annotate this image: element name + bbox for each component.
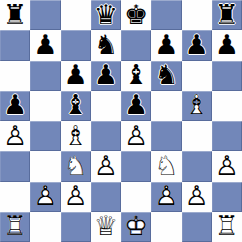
piece-glyph: ♛ — [94, 1, 118, 28]
black-bishop-c5[interactable]: ♝ — [61, 91, 91, 121]
white-bishop-c4[interactable]: ♝♗ — [61, 121, 91, 151]
square-f2[interactable]: ♟♙ — [151, 182, 181, 212]
white-pawn-h3[interactable]: ♟♙ — [212, 151, 242, 181]
square-c4[interactable]: ♝♗ — [61, 121, 91, 151]
piece-glyph: ♜ — [215, 1, 239, 28]
white-pawn-d3[interactable]: ♟♙ — [91, 151, 121, 181]
piece-outline-glyph: ♖ — [3, 212, 27, 239]
square-h8[interactable]: ♜ — [212, 0, 242, 30]
square-g2[interactable]: ♟♙ — [182, 182, 212, 212]
square-g5[interactable]: ♝♗ — [182, 91, 212, 121]
square-h5[interactable] — [212, 91, 242, 121]
square-f6[interactable]: ♞ — [151, 61, 181, 91]
piece-outline-glyph: ♗ — [185, 91, 209, 118]
white-bishop-g5[interactable]: ♝♗ — [182, 91, 212, 121]
square-f4[interactable] — [151, 121, 181, 151]
square-e2[interactable] — [121, 182, 151, 212]
black-pawn-h7[interactable]: ♟ — [212, 30, 242, 60]
piece-glyph: ♟ — [124, 91, 148, 118]
square-b4[interactable] — [30, 121, 60, 151]
square-d2[interactable] — [91, 182, 121, 212]
black-pawn-f7[interactable]: ♟ — [151, 30, 181, 60]
square-c7[interactable] — [61, 30, 91, 60]
square-d8[interactable]: ♛ — [91, 0, 121, 30]
piece-outline-glyph: ♙ — [215, 152, 239, 179]
black-pawn-a5[interactable]: ♟ — [0, 91, 30, 121]
piece-glyph: ♟ — [3, 91, 27, 118]
white-queen-d1[interactable]: ♛♕ — [91, 212, 121, 242]
square-c5[interactable]: ♝ — [61, 91, 91, 121]
square-c6[interactable]: ♟ — [61, 61, 91, 91]
piece-glyph: ♟ — [185, 31, 209, 58]
square-c1[interactable] — [61, 212, 91, 242]
piece-glyph: ♟ — [94, 61, 118, 88]
square-e5[interactable]: ♟ — [121, 91, 151, 121]
piece-glyph: ♝ — [64, 91, 88, 118]
black-pawn-d6[interactable]: ♟ — [91, 61, 121, 91]
square-g4[interactable] — [182, 121, 212, 151]
square-d3[interactable]: ♟♙ — [91, 151, 121, 181]
black-pawn-b7[interactable]: ♟ — [30, 30, 60, 60]
square-b6[interactable] — [30, 61, 60, 91]
square-h4[interactable] — [212, 121, 242, 151]
square-c3[interactable]: ♞♘ — [61, 151, 91, 181]
black-rook-a8[interactable]: ♜ — [0, 0, 30, 30]
piece-outline-glyph: ♙ — [124, 122, 148, 149]
square-e3[interactable] — [121, 151, 151, 181]
piece-outline-glyph: ♖ — [215, 212, 239, 239]
square-h6[interactable] — [212, 61, 242, 91]
square-a5[interactable]: ♟ — [0, 91, 30, 121]
square-a8[interactable]: ♜ — [0, 0, 30, 30]
black-queen-d8[interactable]: ♛ — [91, 0, 121, 30]
white-pawn-b2[interactable]: ♟♙ — [30, 182, 60, 212]
square-c8[interactable] — [61, 0, 91, 30]
square-d1[interactable]: ♛♕ — [91, 212, 121, 242]
piece-outline-glyph: ♗ — [64, 122, 88, 149]
piece-glyph: ♟ — [215, 31, 239, 58]
white-rook-a1[interactable]: ♜♖ — [0, 212, 30, 242]
square-d6[interactable]: ♟ — [91, 61, 121, 91]
piece-glyph: ♞ — [94, 31, 118, 58]
white-knight-f3[interactable]: ♞♘ — [151, 151, 181, 181]
square-a6[interactable] — [0, 61, 30, 91]
piece-outline-glyph: ♙ — [33, 182, 57, 209]
piece-glyph: ♞ — [154, 61, 178, 88]
white-pawn-g2[interactable]: ♟♙ — [182, 182, 212, 212]
piece-glyph: ♜ — [3, 1, 27, 28]
piece-outline-glyph: ♙ — [185, 182, 209, 209]
square-e6[interactable]: ♝ — [121, 61, 151, 91]
white-pawn-a4[interactable]: ♟♙ — [0, 121, 30, 151]
square-g1[interactable] — [182, 212, 212, 242]
piece-glyph: ♟ — [154, 31, 178, 58]
black-knight-d7[interactable]: ♞ — [91, 30, 121, 60]
square-f3[interactable]: ♞♘ — [151, 151, 181, 181]
square-e7[interactable] — [121, 30, 151, 60]
piece-outline-glyph: ♕ — [94, 212, 118, 239]
black-rook-h8[interactable]: ♜ — [212, 0, 242, 30]
white-pawn-c2[interactable]: ♟♙ — [61, 182, 91, 212]
square-b2[interactable]: ♟♙ — [30, 182, 60, 212]
square-a4[interactable]: ♟♙ — [0, 121, 30, 151]
piece-outline-glyph: ♙ — [154, 182, 178, 209]
square-f5[interactable] — [151, 91, 181, 121]
white-pawn-f2[interactable]: ♟♙ — [151, 182, 181, 212]
square-f1[interactable] — [151, 212, 181, 242]
white-knight-c3[interactable]: ♞♘ — [61, 151, 91, 181]
square-d4[interactable] — [91, 121, 121, 151]
black-pawn-c6[interactable]: ♟ — [61, 61, 91, 91]
piece-outline-glyph: ♘ — [64, 152, 88, 179]
piece-outline-glyph: ♙ — [3, 122, 27, 149]
square-b3[interactable] — [30, 151, 60, 181]
square-b5[interactable] — [30, 91, 60, 121]
square-e8[interactable]: ♚ — [121, 0, 151, 30]
square-b1[interactable] — [30, 212, 60, 242]
square-a2[interactable] — [0, 182, 30, 212]
black-bishop-e6[interactable]: ♝ — [121, 61, 151, 91]
square-h2[interactable] — [212, 182, 242, 212]
square-g3[interactable] — [182, 151, 212, 181]
white-king-e1[interactable]: ♚♔ — [121, 212, 151, 242]
square-f8[interactable] — [151, 0, 181, 30]
piece-outline-glyph: ♘ — [154, 152, 178, 179]
piece-outline-glyph: ♔ — [124, 212, 148, 239]
square-c2[interactable]: ♟♙ — [61, 182, 91, 212]
square-b8[interactable] — [30, 0, 60, 30]
square-a1[interactable]: ♜♖ — [0, 212, 30, 242]
white-rook-h1[interactable]: ♜♖ — [212, 212, 242, 242]
square-a7[interactable] — [0, 30, 30, 60]
square-g6[interactable] — [182, 61, 212, 91]
square-h1[interactable]: ♜♖ — [212, 212, 242, 242]
square-h7[interactable]: ♟ — [212, 30, 242, 60]
square-a3[interactable] — [0, 151, 30, 181]
piece-outline-glyph: ♙ — [64, 182, 88, 209]
square-g7[interactable]: ♟ — [182, 30, 212, 60]
square-e1[interactable]: ♚♔ — [121, 212, 151, 242]
black-knight-f6[interactable]: ♞ — [151, 61, 181, 91]
piece-glyph: ♟ — [33, 31, 57, 58]
square-b7[interactable]: ♟ — [30, 30, 60, 60]
square-d5[interactable] — [91, 91, 121, 121]
chess-board: ♜♛♚♜♟♞♟♟♟♟♟♝♞♟♝♟♝♗♟♙♝♗♟♙♞♘♟♙♞♘♟♙♟♙♟♙♟♙♟♙… — [0, 0, 242, 242]
piece-outline-glyph: ♙ — [94, 152, 118, 179]
square-g8[interactable] — [182, 0, 212, 30]
square-f7[interactable]: ♟ — [151, 30, 181, 60]
square-h3[interactable]: ♟♙ — [212, 151, 242, 181]
square-d7[interactable]: ♞ — [91, 30, 121, 60]
piece-glyph: ♝ — [124, 61, 148, 88]
black-king-e8[interactable]: ♚ — [121, 0, 151, 30]
square-e4[interactable]: ♟♙ — [121, 121, 151, 151]
black-pawn-e5[interactable]: ♟ — [121, 91, 151, 121]
piece-glyph: ♟ — [64, 61, 88, 88]
black-pawn-g7[interactable]: ♟ — [182, 30, 212, 60]
white-pawn-e4[interactable]: ♟♙ — [121, 121, 151, 151]
piece-glyph: ♚ — [124, 1, 148, 28]
